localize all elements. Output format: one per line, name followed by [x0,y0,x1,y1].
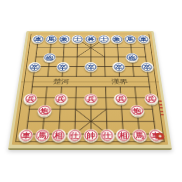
product-photo-scene: 楚河 漢界 車馬象士將士象馬車砲砲卒卒卒卒卒兵兵兵兵兵炮炮車馬相仕帥仕相馬車 [0,0,182,182]
piece-character: 象 [59,36,69,43]
piece-character: 砲 [44,54,55,61]
red-soldier[interactable]: 兵 [84,93,98,104]
piece-character: 車 [19,130,32,140]
piece-character: 卒 [57,63,68,71]
piece-character: 馬 [125,36,135,43]
black-advisor[interactable]: 士 [98,35,110,43]
piece-character: 炮 [131,106,143,115]
red-soldier[interactable]: 兵 [114,93,128,104]
piece-character: 卒 [86,63,97,71]
black-general[interactable]: 將 [85,35,97,43]
red-cannon[interactable]: 炮 [37,105,52,116]
piece-character: 馬 [133,130,146,140]
red-elephant[interactable]: 相 [116,129,131,142]
piece-character: 象 [112,36,122,43]
black-soldier[interactable]: 卒 [112,62,125,71]
black-elephant[interactable]: 象 [58,35,70,43]
piece-character: 卒 [113,63,124,71]
red-horse[interactable]: 馬 [132,129,148,142]
black-soldier[interactable]: 卒 [56,62,69,71]
piece-character: 馬 [36,130,49,140]
red-horse[interactable]: 馬 [34,129,50,142]
black-soldier[interactable]: 卒 [140,62,154,71]
board-edge: 楚河 漢界 車馬象士將士象馬車砲砲卒卒卒卒卒兵兵兵兵兵炮炮車馬相仕帥仕相馬車 [8,31,172,150]
piece-character: 馬 [46,36,56,43]
red-elephant[interactable]: 相 [51,129,66,142]
red-cannon[interactable]: 炮 [130,105,145,116]
red-advisor[interactable]: 仕 [100,129,115,142]
maker-seal-icon [155,133,165,141]
piece-character: 仕 [101,130,113,140]
xiangqi-board: 楚河 漢界 車馬象士將士象馬車砲砲卒卒卒卒卒兵兵兵兵兵炮炮車馬相仕帥仕相馬車 [8,31,172,150]
piece-character: 兵 [145,94,157,103]
piece-character: 兵 [115,94,127,103]
black-chariot[interactable]: 車 [137,35,150,43]
red-soldier[interactable]: 兵 [54,93,68,104]
piece-character: 仕 [69,130,81,140]
pieces-layer: 車馬象士將士象馬車砲砲卒卒卒卒卒兵兵兵兵兵炮炮車馬相仕帥仕相馬車 [12,32,168,145]
red-general[interactable]: 帥 [84,129,99,142]
piece-character: 兵 [25,94,37,103]
red-advisor[interactable]: 仕 [67,129,82,142]
board-surface: 楚河 漢界 車馬象士將士象馬車砲砲卒卒卒卒卒兵兵兵兵兵炮炮車馬相仕帥仕相馬車 [12,32,168,145]
black-horse[interactable]: 馬 [124,35,137,43]
piece-character: 炮 [38,106,50,115]
red-soldier[interactable]: 兵 [23,93,38,104]
piece-character: 兵 [55,94,67,103]
piece-character: 相 [117,130,130,140]
black-soldier[interactable]: 卒 [28,62,42,71]
black-elephant[interactable]: 象 [111,35,123,43]
piece-character: 車 [138,36,149,43]
black-advisor[interactable]: 士 [72,35,84,43]
piece-character: 卒 [29,63,40,71]
black-cannon[interactable]: 砲 [125,53,138,62]
piece-character: 相 [52,130,65,140]
red-soldier[interactable]: 兵 [144,93,159,104]
piece-character: 士 [73,36,83,43]
black-horse[interactable]: 馬 [45,35,58,43]
black-chariot[interactable]: 車 [32,35,45,43]
black-cannon[interactable]: 砲 [43,53,56,62]
red-chariot[interactable]: 車 [18,129,34,142]
piece-character: 將 [86,36,96,43]
piece-character: 士 [99,36,109,43]
piece-character: 砲 [127,54,138,61]
piece-character: 帥 [85,130,97,140]
piece-character: 兵 [85,94,96,103]
piece-character: 車 [33,36,44,43]
piece-character: 卒 [141,63,152,71]
black-soldier[interactable]: 卒 [84,62,97,71]
